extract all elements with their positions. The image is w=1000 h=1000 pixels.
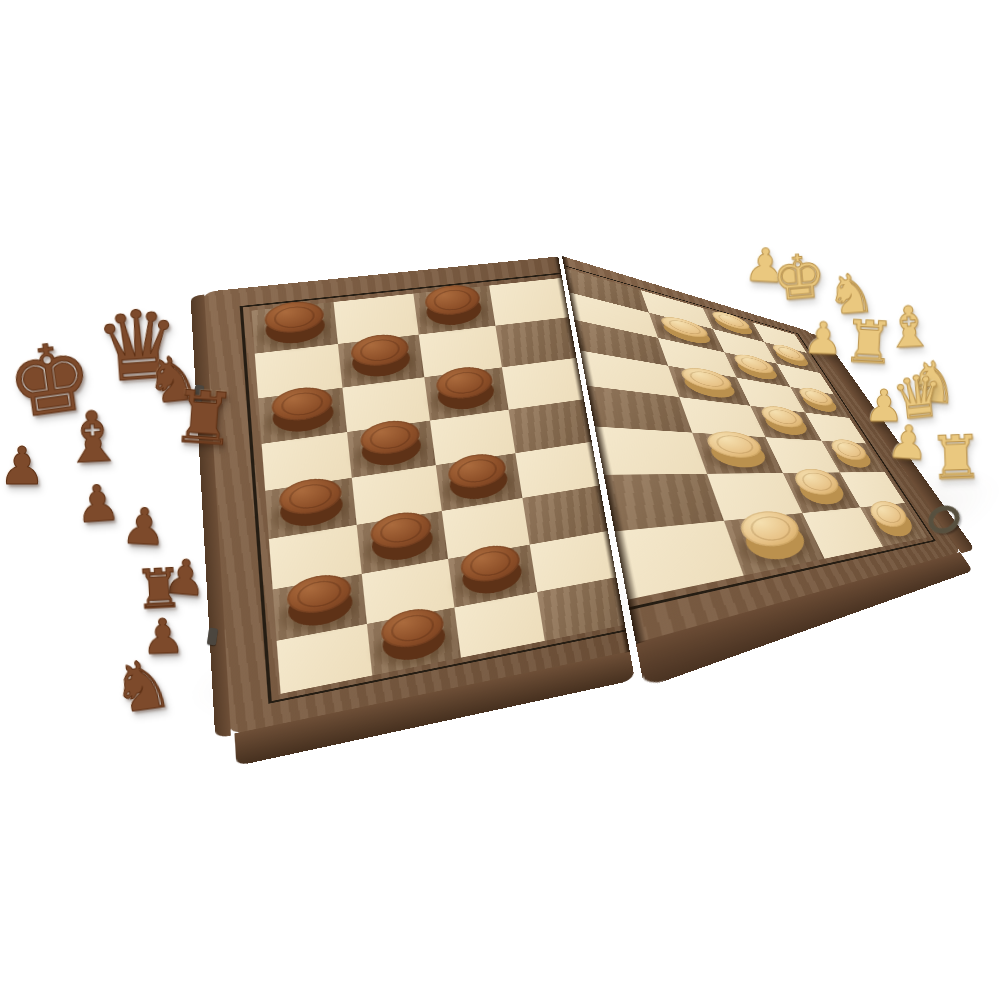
checker-groove-ring xyxy=(444,370,485,396)
checker-dark[interactable] xyxy=(435,364,497,412)
square-r5c4[interactable] xyxy=(595,427,708,475)
offboard-light-pawn[interactable]: ♟ xyxy=(803,316,844,361)
product-photo-scene: ♚♛♞♝♜♟♟♟♟♜♟♞♟♚♞♟♜♝♞♛♟♟♜ xyxy=(0,0,1000,1000)
checker-groove-ring xyxy=(273,304,316,329)
checker-groove-ring xyxy=(379,515,423,545)
checker-groove-ring xyxy=(369,424,412,452)
checker-dark[interactable] xyxy=(263,299,326,346)
offboard-light-rook[interactable]: ♜ xyxy=(928,426,984,488)
checker-dark[interactable] xyxy=(277,475,343,530)
offboard-dark-pawn[interactable]: ♟ xyxy=(74,477,122,530)
board-half-left xyxy=(203,257,630,736)
checker-dark[interactable] xyxy=(369,508,435,564)
checker-groove-ring xyxy=(456,457,499,485)
checker-dark[interactable] xyxy=(359,418,423,470)
checker-dark[interactable] xyxy=(446,450,510,502)
checker-groove-ring xyxy=(288,481,333,511)
checker-groove-ring xyxy=(296,578,342,611)
checker-groove-ring xyxy=(469,548,513,579)
checker-dark[interactable] xyxy=(285,571,353,631)
checker-groove-ring xyxy=(746,515,794,544)
checker-dark[interactable] xyxy=(270,384,335,435)
checker-dark[interactable] xyxy=(423,283,483,328)
checker-groove-ring xyxy=(798,473,836,492)
checker-dark[interactable] xyxy=(459,542,524,599)
checker-groove-ring xyxy=(280,390,324,417)
checker-groove-ring xyxy=(359,337,401,363)
offboard-light-pawn[interactable]: ♟ xyxy=(886,418,930,467)
offboard-dark-rook[interactable]: ♜ xyxy=(169,380,238,456)
checker-groove-ring xyxy=(433,288,473,312)
offboard-light-king[interactable]: ♚ xyxy=(770,245,829,309)
checker-groove-ring xyxy=(873,504,906,524)
offboard-dark-pawn[interactable]: ♟ xyxy=(0,440,45,492)
checker-dark[interactable] xyxy=(349,332,411,380)
offboard-dark-bishop[interactable]: ♝ xyxy=(60,401,126,474)
offboard-dark-pawn[interactable]: ♟ xyxy=(120,501,167,553)
square-r7c4[interactable] xyxy=(615,521,744,600)
checker-groove-ring xyxy=(834,442,865,457)
checker-groove-ring xyxy=(390,612,436,645)
checker-groove-ring xyxy=(713,434,757,454)
offboard-dark-knight[interactable]: ♞ xyxy=(107,649,177,725)
